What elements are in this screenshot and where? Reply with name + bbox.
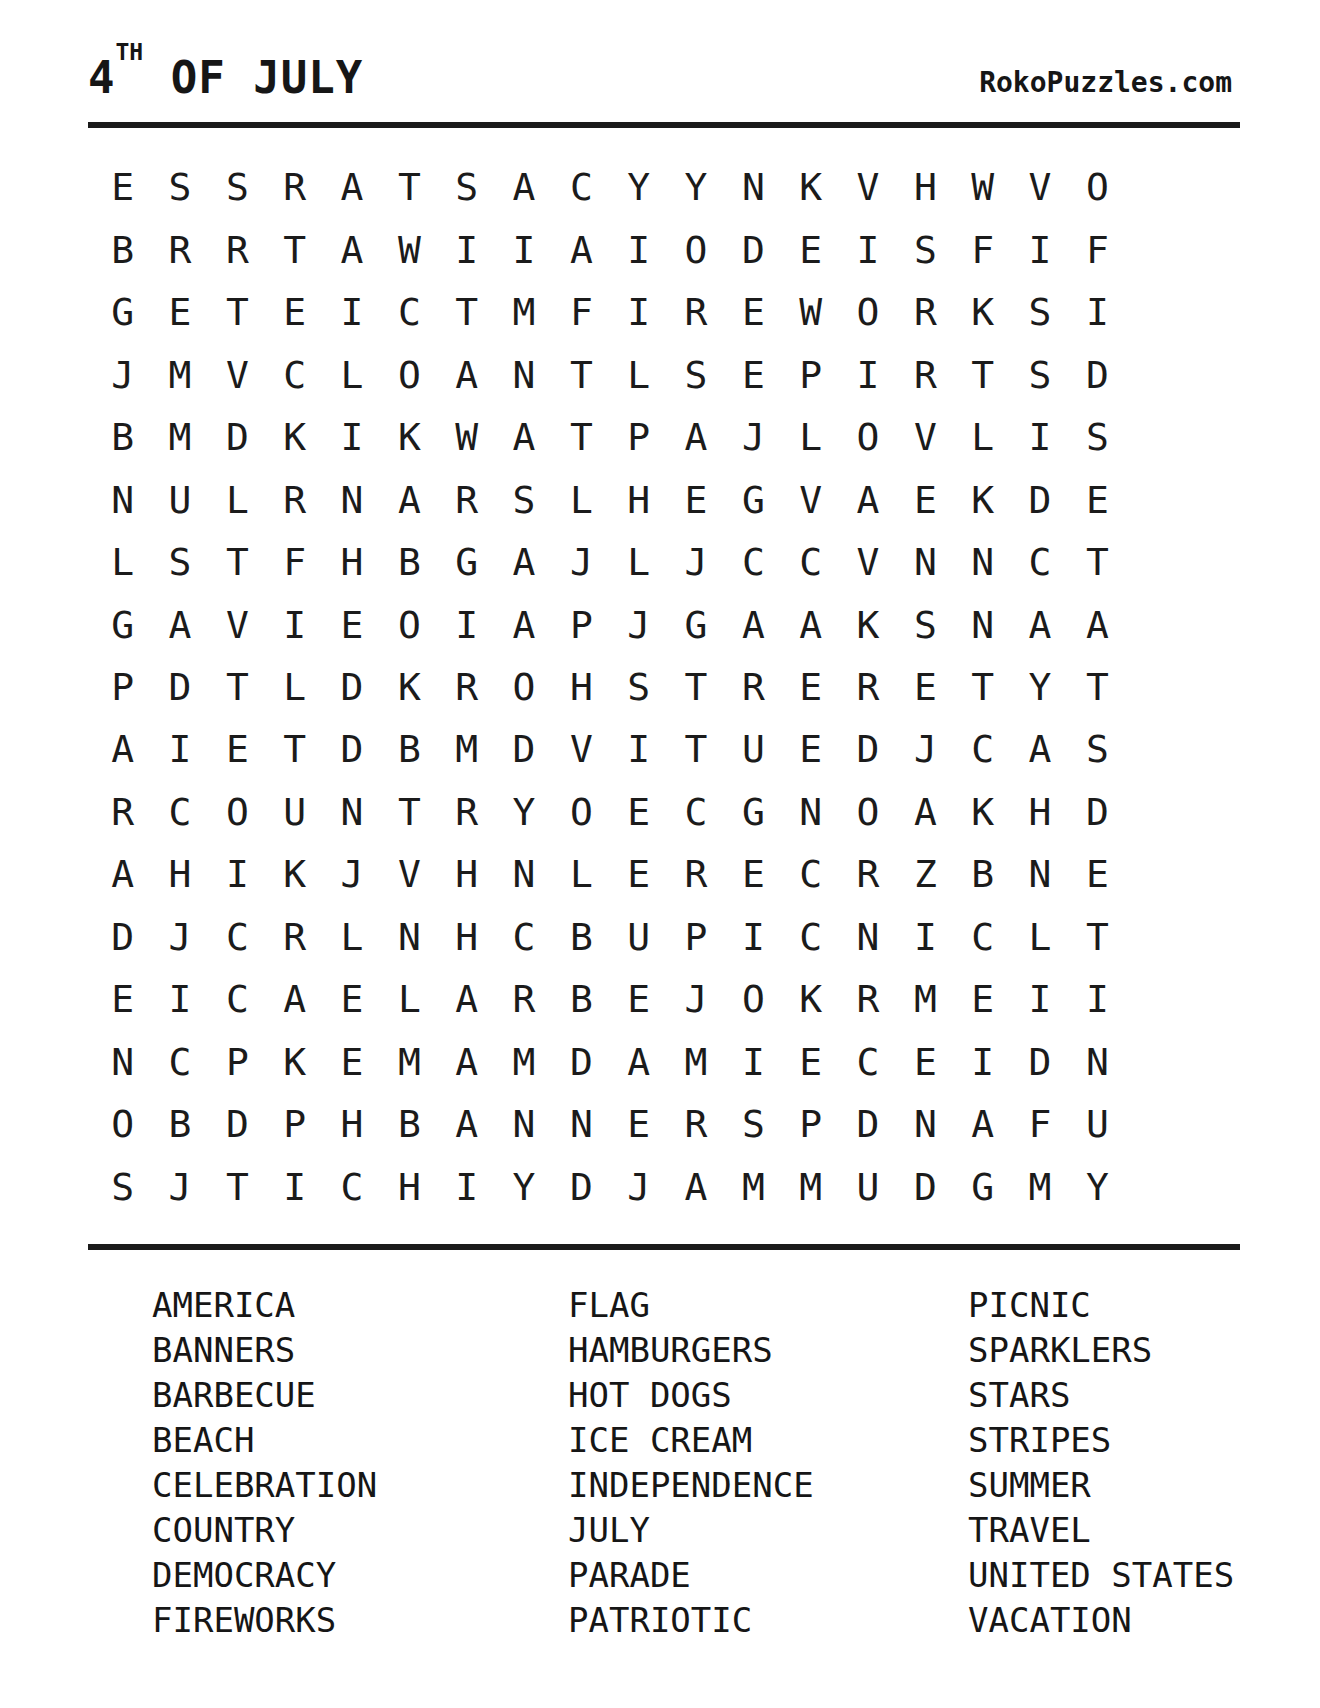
grid-cell: S	[1011, 281, 1068, 343]
grid-cell: S	[897, 218, 954, 280]
grid-cell: T	[667, 656, 724, 718]
grid-cell: I	[610, 218, 667, 280]
grid-cell: T	[667, 718, 724, 780]
grid-cell: P	[782, 1093, 839, 1155]
grid-cell: E	[209, 718, 266, 780]
grid-cell: M	[381, 1031, 438, 1093]
grid-cell: H	[553, 656, 610, 718]
grid-cell: D	[897, 1156, 954, 1218]
grid-cell: I	[438, 593, 495, 655]
grid-cell: I	[1069, 968, 1126, 1030]
grid-cell: C	[954, 906, 1011, 968]
grid-cell: J	[667, 531, 724, 593]
word-list-item: FIREWORKS	[152, 1598, 377, 1643]
word-list-item: VACATION	[968, 1598, 1234, 1643]
grid-cell: C	[553, 156, 610, 218]
grid-cell: A	[495, 531, 552, 593]
grid-cell: A	[667, 1156, 724, 1218]
grid-cell: S	[495, 468, 552, 530]
grid-cell: D	[839, 1093, 896, 1155]
grid-cell: C	[1011, 531, 1068, 593]
grid-cell: A	[438, 343, 495, 405]
grid-cell: C	[495, 906, 552, 968]
grid-cell: R	[725, 656, 782, 718]
grid-cell: I	[323, 281, 380, 343]
grid-cell: I	[1011, 406, 1068, 468]
grid-cell: R	[438, 656, 495, 718]
word-list-item: PARADE	[568, 1553, 814, 1598]
grid-cell: N	[94, 1031, 151, 1093]
grid-cell: C	[209, 968, 266, 1030]
grid-cell: E	[725, 281, 782, 343]
grid-cell: L	[553, 843, 610, 905]
grid-cell: A	[381, 468, 438, 530]
grid-cell: F	[1011, 1093, 1068, 1155]
grid-cell: M	[725, 1156, 782, 1218]
grid-cell: O	[94, 1093, 151, 1155]
grid-cell: T	[438, 281, 495, 343]
grid-cell: D	[1069, 781, 1126, 843]
grid-cell: P	[209, 1031, 266, 1093]
grid-cell: S	[610, 656, 667, 718]
grid-cell: J	[667, 968, 724, 1030]
grid-cell: S	[151, 531, 208, 593]
grid-cell: E	[725, 843, 782, 905]
grid-cell: E	[1069, 843, 1126, 905]
grid-cell: I	[1069, 281, 1126, 343]
grid-cell: R	[667, 1093, 724, 1155]
grid-cell: I	[1011, 218, 1068, 280]
grid-cell: N	[954, 593, 1011, 655]
grid-cell: N	[495, 843, 552, 905]
word-list-item: CELEBRATION	[152, 1463, 377, 1508]
grid-cell: M	[495, 281, 552, 343]
grid-cell: I	[897, 906, 954, 968]
grid-cell: O	[381, 343, 438, 405]
grid-cell: C	[725, 531, 782, 593]
grid-cell: K	[954, 281, 1011, 343]
grid-cell: T	[381, 781, 438, 843]
grid-cell: V	[381, 843, 438, 905]
grid-cell: P	[667, 906, 724, 968]
grid-cell: T	[209, 531, 266, 593]
grid-cell: H	[1011, 781, 1068, 843]
word-list-column: FLAGHAMBURGERSHOT DOGSICE CREAMINDEPENDE…	[568, 1283, 814, 1643]
grid-cell: I	[839, 343, 896, 405]
grid-cell: R	[266, 156, 323, 218]
word-list-item: BARBECUE	[152, 1373, 377, 1418]
grid-cell: A	[610, 1031, 667, 1093]
grid-cell: M	[151, 343, 208, 405]
grid-cell: A	[495, 156, 552, 218]
grid-cell: R	[438, 468, 495, 530]
grid-cell: Y	[495, 1156, 552, 1218]
grid-cell: I	[209, 843, 266, 905]
puzzle-page: 4TH OF JULY RokoPuzzles.com ESSRATSACYYN…	[0, 0, 1320, 1708]
grid-cell: I	[151, 718, 208, 780]
grid-cell: K	[381, 406, 438, 468]
grid-cell: A	[438, 1093, 495, 1155]
grid-cell: D	[94, 906, 151, 968]
grid-cell: L	[782, 406, 839, 468]
word-list-item: PICNIC	[968, 1283, 1234, 1328]
grid-cell: R	[266, 906, 323, 968]
grid-cell: E	[782, 1031, 839, 1093]
grid-cell: E	[323, 1031, 380, 1093]
top-divider	[88, 122, 1240, 128]
grid-cell: N	[323, 781, 380, 843]
word-list-item: BANNERS	[152, 1328, 377, 1373]
grid-cell: J	[323, 843, 380, 905]
grid-cell: T	[266, 718, 323, 780]
grid-cell: I	[725, 1031, 782, 1093]
grid-cell: I	[438, 218, 495, 280]
grid-cell: C	[151, 781, 208, 843]
grid-cell: E	[954, 968, 1011, 1030]
word-search-grid: ESSRATSACYYNKVHWVOBRRTAWIIAIODEISFIFGETE…	[94, 156, 1126, 1218]
grid-cell: T	[1069, 531, 1126, 593]
grid-cell: E	[151, 281, 208, 343]
word-list-item: STARS	[968, 1373, 1234, 1418]
grid-cell: N	[323, 468, 380, 530]
word-list-item: HAMBURGERS	[568, 1328, 814, 1373]
grid-cell: F	[954, 218, 1011, 280]
grid-cell: C	[782, 843, 839, 905]
grid-cell: G	[438, 531, 495, 593]
grid-cell: S	[897, 593, 954, 655]
grid-cell: A	[323, 156, 380, 218]
grid-cell: V	[839, 531, 896, 593]
grid-cell: W	[954, 156, 1011, 218]
grid-cell: I	[610, 718, 667, 780]
grid-cell: G	[94, 593, 151, 655]
grid-cell: A	[94, 843, 151, 905]
grid-cell: T	[209, 281, 266, 343]
grid-cell: K	[839, 593, 896, 655]
grid-cell: Y	[667, 156, 724, 218]
grid-cell: J	[897, 718, 954, 780]
grid-cell: L	[381, 968, 438, 1030]
grid-cell: U	[839, 1156, 896, 1218]
grid-cell: R	[897, 281, 954, 343]
grid-cell: L	[610, 343, 667, 405]
grid-cell: R	[438, 781, 495, 843]
word-list-item: ICE CREAM	[568, 1418, 814, 1463]
grid-cell: E	[610, 968, 667, 1030]
grid-cell: H	[610, 468, 667, 530]
grid-cell: I	[725, 906, 782, 968]
grid-cell: E	[94, 968, 151, 1030]
grid-cell: U	[610, 906, 667, 968]
grid-cell: A	[954, 1093, 1011, 1155]
grid-cell: K	[266, 406, 323, 468]
grid-cell: C	[954, 718, 1011, 780]
grid-cell: B	[381, 531, 438, 593]
page-title: 4TH OF JULY	[88, 52, 363, 103]
grid-cell: G	[725, 468, 782, 530]
grid-cell: L	[323, 343, 380, 405]
grid-cell: R	[151, 218, 208, 280]
grid-cell: Y	[1011, 656, 1068, 718]
grid-cell: D	[553, 1156, 610, 1218]
word-list-item: STRIPES	[968, 1418, 1234, 1463]
grid-cell: R	[897, 343, 954, 405]
word-list-item: DEMOCRACY	[152, 1553, 377, 1598]
grid-cell: E	[610, 1093, 667, 1155]
grid-cell: L	[1011, 906, 1068, 968]
grid-cell: J	[151, 1156, 208, 1218]
grid-cell: L	[954, 406, 1011, 468]
grid-cell: O	[1069, 156, 1126, 218]
grid-cell: P	[782, 343, 839, 405]
grid-cell: S	[94, 1156, 151, 1218]
grid-cell: V	[897, 406, 954, 468]
grid-cell: D	[209, 1093, 266, 1155]
grid-cell: N	[725, 156, 782, 218]
grid-cell: B	[151, 1093, 208, 1155]
grid-cell: O	[725, 968, 782, 1030]
word-list-item: FLAG	[568, 1283, 814, 1328]
grid-cell: I	[438, 1156, 495, 1218]
grid-cell: E	[610, 843, 667, 905]
grid-cell: C	[782, 906, 839, 968]
grid-cell: L	[323, 906, 380, 968]
grid-cell: I	[839, 218, 896, 280]
grid-cell: I	[266, 593, 323, 655]
grid-cell: N	[782, 781, 839, 843]
grid-cell: N	[839, 906, 896, 968]
grid-cell: J	[151, 906, 208, 968]
grid-cell: N	[897, 1093, 954, 1155]
word-list-item: INDEPENDENCE	[568, 1463, 814, 1508]
grid-cell: T	[209, 656, 266, 718]
grid-cell: V	[553, 718, 610, 780]
grid-cell: P	[610, 406, 667, 468]
grid-cell: C	[839, 1031, 896, 1093]
grid-cell: W	[381, 218, 438, 280]
grid-cell: H	[323, 1093, 380, 1155]
grid-cell: K	[954, 468, 1011, 530]
grid-cell: N	[381, 906, 438, 968]
grid-cell: C	[323, 1156, 380, 1218]
grid-cell: N	[94, 468, 151, 530]
grid-cell: T	[954, 656, 1011, 718]
grid-cell: C	[266, 343, 323, 405]
grid-cell: H	[438, 843, 495, 905]
grid-cell: B	[553, 906, 610, 968]
grid-cell: U	[1069, 1093, 1126, 1155]
grid-cell: P	[266, 1093, 323, 1155]
grid-cell: P	[553, 593, 610, 655]
grid-cell: M	[1011, 1156, 1068, 1218]
grid-cell: A	[438, 968, 495, 1030]
grid-cell: K	[954, 781, 1011, 843]
grid-cell: A	[495, 406, 552, 468]
grid-cell: A	[266, 968, 323, 1030]
grid-cell: O	[553, 781, 610, 843]
grid-cell: D	[839, 718, 896, 780]
grid-cell: S	[209, 156, 266, 218]
grid-cell: A	[725, 593, 782, 655]
grid-cell: N	[954, 531, 1011, 593]
grid-cell: D	[209, 406, 266, 468]
grid-cell: D	[323, 656, 380, 718]
grid-cell: E	[667, 468, 724, 530]
grid-cell: T	[1069, 656, 1126, 718]
grid-cell: H	[151, 843, 208, 905]
grid-cell: S	[667, 343, 724, 405]
grid-cell: T	[553, 343, 610, 405]
grid-cell: V	[782, 468, 839, 530]
grid-cell: B	[94, 218, 151, 280]
grid-cell: L	[266, 656, 323, 718]
grid-cell: I	[495, 218, 552, 280]
grid-cell: A	[553, 218, 610, 280]
grid-cell: N	[495, 343, 552, 405]
grid-cell: I	[266, 1156, 323, 1218]
word-list-item: AMERICA	[152, 1283, 377, 1328]
title-number: 4	[88, 52, 116, 103]
grid-cell: J	[610, 1156, 667, 1218]
grid-cell: T	[209, 1156, 266, 1218]
grid-cell: K	[266, 843, 323, 905]
title-superscript: TH	[116, 39, 144, 65]
grid-cell: E	[94, 156, 151, 218]
word-list-item: BEACH	[152, 1418, 377, 1463]
grid-cell: S	[725, 1093, 782, 1155]
grid-cell: B	[553, 968, 610, 1030]
grid-cell: P	[94, 656, 151, 718]
grid-cell: C	[782, 531, 839, 593]
grid-cell: N	[897, 531, 954, 593]
grid-cell: B	[381, 718, 438, 780]
grid-cell: B	[94, 406, 151, 468]
grid-cell: O	[839, 281, 896, 343]
grid-cell: A	[151, 593, 208, 655]
word-list-item: TRAVEL	[968, 1508, 1234, 1553]
grid-cell: I	[1011, 968, 1068, 1030]
grid-cell: F	[553, 281, 610, 343]
grid-cell: D	[1069, 343, 1126, 405]
grid-cell: T	[1069, 906, 1126, 968]
grid-cell: L	[610, 531, 667, 593]
grid-cell: O	[667, 218, 724, 280]
grid-cell: A	[1011, 718, 1068, 780]
grid-cell: A	[782, 593, 839, 655]
grid-cell: J	[94, 343, 151, 405]
grid-cell: S	[1011, 343, 1068, 405]
grid-cell: J	[725, 406, 782, 468]
word-list-item: JULY	[568, 1508, 814, 1553]
grid-cell: Y	[1069, 1156, 1126, 1218]
grid-cell: R	[266, 468, 323, 530]
grid-cell: M	[151, 406, 208, 468]
grid-cell: E	[725, 343, 782, 405]
grid-cell: K	[782, 156, 839, 218]
word-list-item: UNITED STATES	[968, 1553, 1234, 1598]
grid-cell: L	[209, 468, 266, 530]
grid-cell: T	[381, 156, 438, 218]
word-list-column: AMERICABANNERSBARBECUEBEACHCELEBRATIONCO…	[152, 1283, 377, 1643]
grid-cell: S	[1069, 406, 1126, 468]
grid-cell: O	[381, 593, 438, 655]
grid-cell: E	[266, 281, 323, 343]
grid-cell: R	[94, 781, 151, 843]
grid-cell: A	[1069, 593, 1126, 655]
grid-cell: E	[782, 718, 839, 780]
grid-cell: I	[954, 1031, 1011, 1093]
grid-cell: T	[266, 218, 323, 280]
grid-cell: V	[209, 593, 266, 655]
grid-cell: R	[667, 843, 724, 905]
grid-cell: S	[438, 156, 495, 218]
grid-cell: W	[782, 281, 839, 343]
grid-cell: R	[839, 656, 896, 718]
grid-cell: D	[725, 218, 782, 280]
grid-cell: T	[553, 406, 610, 468]
grid-cell: A	[667, 406, 724, 468]
grid-cell: S	[151, 156, 208, 218]
grid-cell: E	[323, 968, 380, 1030]
grid-cell: U	[266, 781, 323, 843]
grid-cell: M	[495, 1031, 552, 1093]
grid-cell: E	[782, 218, 839, 280]
grid-cell: A	[897, 781, 954, 843]
grid-cell: A	[495, 593, 552, 655]
grid-cell: K	[782, 968, 839, 1030]
grid-cell: H	[897, 156, 954, 218]
grid-cell: D	[151, 656, 208, 718]
grid-cell: C	[209, 906, 266, 968]
grid-cell: A	[323, 218, 380, 280]
grid-cell: A	[839, 468, 896, 530]
grid-cell: M	[438, 718, 495, 780]
grid-cell: B	[954, 843, 1011, 905]
grid-cell: Y	[610, 156, 667, 218]
grid-cell: E	[897, 468, 954, 530]
grid-cell: D	[1011, 1031, 1068, 1093]
grid-cell: N	[553, 1093, 610, 1155]
grid-cell: H	[381, 1156, 438, 1218]
grid-cell: L	[553, 468, 610, 530]
grid-cell: D	[1011, 468, 1068, 530]
grid-cell: S	[1069, 718, 1126, 780]
word-list-item: HOT DOGS	[568, 1373, 814, 1418]
grid-cell: H	[438, 906, 495, 968]
bottom-divider	[88, 1244, 1240, 1250]
grid-cell: C	[667, 781, 724, 843]
grid-cell: D	[553, 1031, 610, 1093]
grid-cell: L	[94, 531, 151, 593]
grid-cell: R	[495, 968, 552, 1030]
grid-cell: E	[323, 593, 380, 655]
grid-cell: G	[725, 781, 782, 843]
grid-cell: R	[209, 218, 266, 280]
grid-cell: E	[610, 781, 667, 843]
grid-cell: A	[438, 1031, 495, 1093]
grid-cell: E	[897, 1031, 954, 1093]
grid-cell: O	[839, 406, 896, 468]
grid-cell: G	[667, 593, 724, 655]
grid-cell: E	[897, 656, 954, 718]
grid-cell: C	[151, 1031, 208, 1093]
grid-cell: N	[495, 1093, 552, 1155]
word-list-item: COUNTRY	[152, 1508, 377, 1553]
grid-cell: U	[725, 718, 782, 780]
grid-cell: F	[266, 531, 323, 593]
grid-cell: K	[266, 1031, 323, 1093]
grid-cell: B	[381, 1093, 438, 1155]
